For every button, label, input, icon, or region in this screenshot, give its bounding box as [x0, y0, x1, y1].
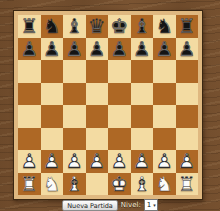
white-bishop-glyph: ♝ [63, 173, 86, 196]
black-rook-outline: ♖ [176, 15, 199, 38]
square-c3[interactable] [63, 128, 86, 151]
square-g6[interactable] [153, 60, 176, 83]
black-knight-glyph: ♞ [153, 15, 176, 38]
white-king-glyph: ♚ [108, 173, 131, 196]
square-b3[interactable] [41, 128, 64, 151]
black-pawn-glyph: ♟ [18, 38, 41, 61]
white-pawn[interactable]: ♟♙ [41, 150, 64, 173]
square-h3[interactable] [176, 128, 199, 151]
white-knight-outline: ♘ [153, 173, 176, 196]
black-pawn-outline: ♙ [18, 38, 41, 61]
square-d3[interactable] [86, 128, 109, 151]
white-bishop[interactable]: ♝♗ [63, 173, 86, 196]
square-e8[interactable]: ♚♔ [108, 15, 131, 38]
black-pawn[interactable]: ♟♙ [18, 38, 41, 61]
square-a7[interactable]: ♟♙ [18, 38, 41, 61]
level-select[interactable]: 1 ▾ [144, 199, 158, 211]
square-d1[interactable] [86, 173, 109, 196]
white-pawn-glyph: ♟ [86, 150, 109, 173]
square-c2[interactable]: ♟♙ [63, 150, 86, 173]
square-a2[interactable]: ♟♙ [18, 150, 41, 173]
black-pawn[interactable]: ♟♙ [176, 38, 199, 61]
square-d7[interactable]: ♟♙ [86, 38, 109, 61]
white-knight-outline: ♘ [41, 173, 64, 196]
black-king[interactable]: ♚♔ [108, 15, 131, 38]
square-b7[interactable]: ♟♙ [41, 38, 64, 61]
black-rook-glyph: ♜ [176, 15, 199, 38]
black-pawn-glyph: ♟ [86, 38, 109, 61]
black-bishop-glyph: ♝ [131, 15, 154, 38]
black-queen[interactable]: ♛♕ [86, 15, 109, 38]
black-pawn-outline: ♙ [86, 38, 109, 61]
black-pawn-outline: ♙ [131, 38, 154, 61]
white-knight-glyph: ♞ [153, 173, 176, 196]
black-rook[interactable]: ♜♖ [18, 15, 41, 38]
chevron-down-icon: ▾ [153, 203, 156, 208]
white-pawn[interactable]: ♟♙ [86, 150, 109, 173]
white-pawn-outline: ♙ [176, 150, 199, 173]
app-background: ♜♖♞♘♝♗♛♕♚♔♝♗♞♘♜♖♟♙♟♙♟♙♟♙♟♙♟♙♟♙♟♙♟♙♟♙♟♙♟♙… [0, 0, 220, 211]
white-rook[interactable]: ♜♖ [176, 173, 199, 196]
black-pawn-glyph: ♟ [176, 38, 199, 61]
white-pawn-glyph: ♟ [18, 150, 41, 173]
white-rook-outline: ♖ [176, 173, 199, 196]
square-d5[interactable] [86, 83, 109, 106]
square-f5[interactable] [131, 83, 154, 106]
white-bishop-outline: ♗ [131, 173, 154, 196]
white-pawn-glyph: ♟ [41, 150, 64, 173]
black-pawn-glyph: ♟ [153, 38, 176, 61]
square-c8[interactable]: ♝♗ [63, 15, 86, 38]
square-d2[interactable]: ♟♙ [86, 150, 109, 173]
square-f7[interactable]: ♟♙ [131, 38, 154, 61]
white-bishop-outline: ♗ [63, 173, 86, 196]
white-pawn-outline: ♙ [131, 150, 154, 173]
level-select-value: 1 [147, 201, 151, 209]
black-bishop-outline: ♗ [63, 15, 86, 38]
board-frame: ♜♖♞♘♝♗♛♕♚♔♝♗♞♘♜♖♟♙♟♙♟♙♟♙♟♙♟♙♟♙♟♙♟♙♟♙♟♙♟♙… [13, 10, 203, 200]
square-h5[interactable] [176, 83, 199, 106]
white-rook-glyph: ♜ [176, 173, 199, 196]
black-pawn-outline: ♙ [41, 38, 64, 61]
black-king-glyph: ♚ [108, 15, 131, 38]
square-b1[interactable]: ♞♘ [41, 173, 64, 196]
black-rook-glyph: ♜ [18, 15, 41, 38]
black-pawn-glyph: ♟ [63, 38, 86, 61]
square-a3[interactable] [18, 128, 41, 151]
square-b5[interactable] [41, 83, 64, 106]
square-d4[interactable] [86, 105, 109, 128]
square-c7[interactable]: ♟♙ [63, 38, 86, 61]
black-pawn-outline: ♙ [176, 38, 199, 61]
square-f1[interactable]: ♝♗ [131, 173, 154, 196]
white-king[interactable]: ♚♔ [108, 173, 131, 196]
white-rook-glyph: ♜ [18, 173, 41, 196]
square-g8[interactable]: ♞♘ [153, 15, 176, 38]
white-pawn-glyph: ♟ [153, 150, 176, 173]
black-knight-outline: ♘ [41, 15, 64, 38]
white-bishop[interactable]: ♝♗ [131, 173, 154, 196]
square-b6[interactable] [41, 60, 64, 83]
square-e1[interactable]: ♚♔ [108, 173, 131, 196]
black-rook[interactable]: ♜♖ [176, 15, 199, 38]
square-h7[interactable]: ♟♙ [176, 38, 199, 61]
black-bishop-outline: ♗ [131, 15, 154, 38]
black-queen-outline: ♕ [86, 15, 109, 38]
square-b8[interactable]: ♞♘ [41, 15, 64, 38]
square-h2[interactable]: ♟♙ [176, 150, 199, 173]
square-g2[interactable]: ♟♙ [153, 150, 176, 173]
black-bishop[interactable]: ♝♗ [131, 15, 154, 38]
square-g1[interactable]: ♞♘ [153, 173, 176, 196]
square-d8[interactable]: ♛♕ [86, 15, 109, 38]
black-pawn[interactable]: ♟♙ [63, 38, 86, 61]
square-f3[interactable] [131, 128, 154, 151]
square-e2[interactable]: ♟♙ [108, 150, 131, 173]
controls-bar: Nueva Partida Nivel: 1 ▾ [0, 199, 220, 211]
white-pawn[interactable]: ♟♙ [176, 150, 199, 173]
square-f4[interactable] [131, 105, 154, 128]
square-h8[interactable]: ♜♖ [176, 15, 199, 38]
square-h1[interactable]: ♜♖ [176, 173, 199, 196]
black-pawn-outline: ♙ [153, 38, 176, 61]
square-h6[interactable] [176, 60, 199, 83]
black-pawn-outline: ♙ [63, 38, 86, 61]
black-pawn-glyph: ♟ [131, 38, 154, 61]
black-king-outline: ♔ [108, 15, 131, 38]
white-pawn-glyph: ♟ [131, 150, 154, 173]
black-bishop[interactable]: ♝♗ [63, 15, 86, 38]
square-e6[interactable] [108, 60, 131, 83]
black-rook-outline: ♖ [18, 15, 41, 38]
white-pawn-glyph: ♟ [108, 150, 131, 173]
black-pawn[interactable]: ♟♙ [41, 38, 64, 61]
square-b4[interactable] [41, 105, 64, 128]
white-pawn-outline: ♙ [153, 150, 176, 173]
white-pawn-glyph: ♟ [63, 150, 86, 173]
white-pawn[interactable]: ♟♙ [18, 150, 41, 173]
square-c6[interactable] [63, 60, 86, 83]
square-a4[interactable] [18, 105, 41, 128]
new-game-button[interactable]: Nueva Partida [62, 200, 118, 211]
white-pawn-outline: ♙ [41, 150, 64, 173]
white-pawn-outline: ♙ [86, 150, 109, 173]
square-c5[interactable] [63, 83, 86, 106]
white-pawn[interactable]: ♟♙ [153, 150, 176, 173]
black-pawn[interactable]: ♟♙ [86, 38, 109, 61]
level-label: Nivel: [121, 201, 141, 209]
white-knight-glyph: ♞ [41, 173, 64, 196]
square-e4[interactable] [108, 105, 131, 128]
white-knight[interactable]: ♞♘ [153, 173, 176, 196]
square-g5[interactable] [153, 83, 176, 106]
square-a6[interactable] [18, 60, 41, 83]
square-c1[interactable]: ♝♗ [63, 173, 86, 196]
square-b2[interactable]: ♟♙ [41, 150, 64, 173]
square-f6[interactable] [131, 60, 154, 83]
black-pawn[interactable]: ♟♙ [108, 38, 131, 61]
square-e5[interactable] [108, 83, 131, 106]
chess-board: ♜♖♞♘♝♗♛♕♚♔♝♗♞♘♜♖♟♙♟♙♟♙♟♙♟♙♟♙♟♙♟♙♟♙♟♙♟♙♟♙… [18, 15, 198, 195]
square-g7[interactable]: ♟♙ [153, 38, 176, 61]
white-pawn[interactable]: ♟♙ [108, 150, 131, 173]
black-pawn[interactable]: ♟♙ [153, 38, 176, 61]
white-knight[interactable]: ♞♘ [41, 173, 64, 196]
white-pawn-outline: ♙ [108, 150, 131, 173]
square-a1[interactable]: ♜♖ [18, 173, 41, 196]
square-e3[interactable] [108, 128, 131, 151]
white-pawn-outline: ♙ [63, 150, 86, 173]
square-g4[interactable] [153, 105, 176, 128]
white-pawn[interactable]: ♟♙ [131, 150, 154, 173]
square-c4[interactable] [63, 105, 86, 128]
square-a8[interactable]: ♜♖ [18, 15, 41, 38]
white-pawn-glyph: ♟ [176, 150, 199, 173]
white-pawn[interactable]: ♟♙ [63, 150, 86, 173]
white-bishop-glyph: ♝ [131, 173, 154, 196]
black-knight-glyph: ♞ [41, 15, 64, 38]
square-f2[interactable]: ♟♙ [131, 150, 154, 173]
black-pawn[interactable]: ♟♙ [131, 38, 154, 61]
white-pawn-outline: ♙ [18, 150, 41, 173]
black-pawn-glyph: ♟ [108, 38, 131, 61]
black-queen-glyph: ♛ [86, 15, 109, 38]
black-pawn-outline: ♙ [108, 38, 131, 61]
white-rook[interactable]: ♜♖ [18, 173, 41, 196]
square-a5[interactable] [18, 83, 41, 106]
black-bishop-glyph: ♝ [63, 15, 86, 38]
white-king-outline: ♔ [108, 173, 131, 196]
white-rook-outline: ♖ [18, 173, 41, 196]
black-pawn-glyph: ♟ [41, 38, 64, 61]
black-knight[interactable]: ♞♘ [41, 15, 64, 38]
square-d6[interactable] [86, 60, 109, 83]
square-h4[interactable] [176, 105, 199, 128]
square-f8[interactable]: ♝♗ [131, 15, 154, 38]
square-g3[interactable] [153, 128, 176, 151]
black-knight[interactable]: ♞♘ [153, 15, 176, 38]
square-e7[interactable]: ♟♙ [108, 38, 131, 61]
black-knight-outline: ♘ [153, 15, 176, 38]
